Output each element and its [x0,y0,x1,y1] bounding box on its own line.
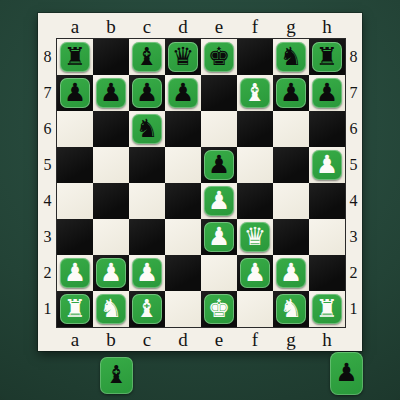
square-d7[interactable]: ♟ [165,75,201,111]
file-label-a: a [57,13,93,39]
white-pawn-icon: ♟ [136,260,158,285]
square-a6[interactable] [57,111,93,147]
square-g4[interactable] [273,183,309,219]
white-bishop-icon: ♝ [244,80,266,105]
rank-label-8: 8 [38,39,57,75]
black-pawn-icon: ♟ [316,80,338,105]
captured-tile-black-pawn[interactable]: ♟ [330,352,363,395]
black-queen-icon: ♛ [172,44,194,69]
square-a1[interactable]: ♜ [57,291,93,327]
rank-label-7: 7 [38,75,57,111]
square-h5[interactable]: ♟ [309,147,345,183]
black-knight-icon: ♞ [136,116,158,141]
square-h7[interactable]: ♟ [309,75,345,111]
white-knight-icon: ♞ [280,296,302,321]
piece-tile-white-knight[interactable]: ♞ [276,294,306,324]
square-b6[interactable] [93,111,129,147]
square-d6[interactable] [165,111,201,147]
square-h2[interactable] [309,255,345,291]
square-c3[interactable] [129,219,165,255]
square-h4[interactable] [309,183,345,219]
file-label-g: g [273,13,309,39]
file-labels-top: abcdefgh [57,13,345,39]
square-e5[interactable]: ♟ [201,147,237,183]
square-g1[interactable]: ♞ [273,291,309,327]
square-b3[interactable] [93,219,129,255]
black-king-icon: ♚ [208,44,230,69]
black-rook-icon: ♜ [64,44,86,69]
white-bishop-icon: ♝ [136,296,158,321]
piece-tile-white-pawn[interactable]: ♟ [312,150,342,180]
square-e7[interactable] [201,75,237,111]
piece-tile-black-knight[interactable]: ♞ [276,42,306,72]
file-label-b: b [93,13,129,39]
square-e4[interactable]: ♟ [201,183,237,219]
piece-tile-black-pawn[interactable]: ♟ [168,78,198,108]
white-king-icon: ♚ [208,296,230,321]
rank-label-8: 8 [345,39,362,75]
white-queen-icon: ♛ [244,224,266,249]
demo-chessboard-photo: abcdefgh 87654321 ♜♝♛♚♞♜♟♟♟♟♝♟♟♞♟♟♟♟♛♟♟♟… [0,0,400,400]
captured-black-bishop-tile[interactable]: ♝ [100,357,133,394]
captured-black-pawn-tile[interactable]: ♟ [330,352,363,395]
square-d4[interactable] [165,183,201,219]
rank-label-1: 1 [345,291,362,327]
board-grid: ♜♝♛♚♞♜♟♟♟♟♝♟♟♞♟♟♟♟♛♟♟♟♟♟♜♞♝♚♞♜ [57,39,345,327]
square-g7[interactable]: ♟ [273,75,309,111]
square-b4[interactable] [93,183,129,219]
piece-tile-white-queen[interactable]: ♛ [240,222,270,252]
piece-tile-white-rook[interactable]: ♜ [60,294,90,324]
file-label-b: b [93,327,129,351]
square-e6[interactable] [201,111,237,147]
piece-tile-white-pawn[interactable]: ♟ [132,258,162,288]
rank-label-5: 5 [38,147,57,183]
square-h8[interactable]: ♜ [309,39,345,75]
rank-label-3: 3 [345,219,362,255]
file-label-h: h [309,327,345,351]
square-a7[interactable]: ♟ [57,75,93,111]
file-label-f: f [237,13,273,39]
square-b2[interactable]: ♟ [93,255,129,291]
file-label-c: c [129,13,165,39]
square-f1[interactable] [237,291,273,327]
square-c2[interactable]: ♟ [129,255,165,291]
rank-label-6: 6 [345,111,362,147]
square-e2[interactable] [201,255,237,291]
black-pawn-icon: ♟ [100,80,122,105]
rank-label-5: 5 [345,147,362,183]
piece-tile-white-bishop[interactable]: ♝ [240,78,270,108]
piece-tile-black-bishop[interactable]: ♝ [132,42,162,72]
black-bishop-icon: ♝ [105,362,127,387]
square-a4[interactable] [57,183,93,219]
piece-tile-white-pawn[interactable]: ♟ [96,258,126,288]
rank-label-4: 4 [38,183,57,219]
square-e8[interactable]: ♚ [201,39,237,75]
square-c8[interactable]: ♝ [129,39,165,75]
square-g6[interactable] [273,111,309,147]
file-label-d: d [165,327,201,351]
rank-label-1: 1 [38,291,57,327]
square-c7[interactable]: ♟ [129,75,165,111]
square-f4[interactable] [237,183,273,219]
piece-tile-white-pawn[interactable]: ♟ [60,258,90,288]
square-a2[interactable]: ♟ [57,255,93,291]
rank-label-6: 6 [38,111,57,147]
rank-label-4: 4 [345,183,362,219]
piece-tile-black-pawn[interactable]: ♟ [312,78,342,108]
piece-tile-white-pawn[interactable]: ♟ [204,222,234,252]
piece-tile-black-rook[interactable]: ♜ [60,42,90,72]
black-pawn-icon: ♟ [280,80,302,105]
piece-tile-black-pawn[interactable]: ♟ [276,78,306,108]
white-pawn-icon: ♟ [316,152,338,177]
black-pawn-icon: ♟ [208,152,230,177]
square-a8[interactable]: ♜ [57,39,93,75]
file-label-e: e [201,327,237,351]
piece-tile-black-queen[interactable]: ♛ [168,42,198,72]
square-f3[interactable]: ♛ [237,219,273,255]
square-f5[interactable] [237,147,273,183]
piece-tile-black-pawn[interactable]: ♟ [204,150,234,180]
rank-labels-left: 87654321 [38,39,57,327]
piece-tile-white-rook[interactable]: ♜ [312,294,342,324]
square-g5[interactable] [273,147,309,183]
square-d8[interactable]: ♛ [165,39,201,75]
file-label-a: a [57,327,93,351]
square-e3[interactable]: ♟ [201,219,237,255]
square-c5[interactable] [129,147,165,183]
square-a3[interactable] [57,219,93,255]
piece-tile-black-pawn[interactable]: ♟ [132,78,162,108]
white-pawn-icon: ♟ [208,224,230,249]
black-pawn-icon: ♟ [136,80,158,105]
rank-label-2: 2 [38,255,57,291]
file-label-d: d [165,13,201,39]
piece-tile-white-bishop[interactable]: ♝ [132,294,162,324]
square-c6[interactable]: ♞ [129,111,165,147]
rank-label-7: 7 [345,75,362,111]
piece-tile-black-pawn[interactable]: ♟ [96,78,126,108]
black-knight-icon: ♞ [280,44,302,69]
white-knight-icon: ♞ [100,296,122,321]
square-d2[interactable] [165,255,201,291]
square-c1[interactable]: ♝ [129,291,165,327]
piece-tile-black-knight[interactable]: ♞ [132,114,162,144]
square-b7[interactable]: ♟ [93,75,129,111]
square-g3[interactable] [273,219,309,255]
white-pawn-icon: ♟ [208,188,230,213]
black-pawn-icon: ♟ [172,80,194,105]
square-a5[interactable] [57,147,93,183]
square-d3[interactable] [165,219,201,255]
piece-tile-white-pawn[interactable]: ♟ [276,258,306,288]
captured-tile-black-bishop[interactable]: ♝ [100,357,133,394]
black-rook-icon: ♜ [316,44,338,69]
square-b5[interactable] [93,147,129,183]
square-b8[interactable] [93,39,129,75]
square-d5[interactable] [165,147,201,183]
white-rook-icon: ♜ [64,296,86,321]
square-h1[interactable]: ♜ [309,291,345,327]
white-pawn-icon: ♟ [100,260,122,285]
black-pawn-icon: ♟ [335,360,357,385]
piece-tile-black-pawn[interactable]: ♟ [60,78,90,108]
square-f6[interactable] [237,111,273,147]
piece-tile-white-knight[interactable]: ♞ [96,294,126,324]
piece-tile-white-king[interactable]: ♚ [204,294,234,324]
white-pawn-icon: ♟ [244,260,266,285]
square-g8[interactable]: ♞ [273,39,309,75]
piece-tile-black-king[interactable]: ♚ [204,42,234,72]
square-d1[interactable] [165,291,201,327]
chess-board: abcdefgh 87654321 ♜♝♛♚♞♜♟♟♟♟♝♟♟♞♟♟♟♟♛♟♟♟… [38,13,362,351]
piece-tile-white-pawn[interactable]: ♟ [204,186,234,216]
file-label-e: e [201,13,237,39]
white-rook-icon: ♜ [316,296,338,321]
file-label-f: f [237,327,273,351]
rank-labels-right: 87654321 [345,39,362,327]
square-h6[interactable] [309,111,345,147]
square-g2[interactable]: ♟ [273,255,309,291]
rank-label-2: 2 [345,255,362,291]
square-f8[interactable] [237,39,273,75]
file-labels-bottom: abcdefgh [57,327,345,351]
file-label-g: g [273,327,309,351]
piece-tile-white-pawn[interactable]: ♟ [240,258,270,288]
square-b1[interactable]: ♞ [93,291,129,327]
black-pawn-icon: ♟ [64,80,86,105]
square-f7[interactable]: ♝ [237,75,273,111]
piece-tile-black-rook[interactable]: ♜ [312,42,342,72]
white-pawn-icon: ♟ [280,260,302,285]
black-bishop-icon: ♝ [136,44,158,69]
square-f2[interactable]: ♟ [237,255,273,291]
white-pawn-icon: ♟ [64,260,86,285]
square-h3[interactable] [309,219,345,255]
square-e1[interactable]: ♚ [201,291,237,327]
file-label-h: h [309,13,345,39]
file-label-c: c [129,327,165,351]
square-c4[interactable] [129,183,165,219]
rank-label-3: 3 [38,219,57,255]
